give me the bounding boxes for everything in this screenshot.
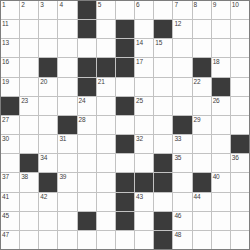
cell-black: [78, 20, 96, 38]
cell-white[interactable]: 44: [193, 193, 211, 211]
cell-white[interactable]: 17: [135, 58, 153, 76]
cell-white[interactable]: [78, 154, 96, 172]
cell-white[interactable]: 18: [212, 58, 230, 76]
cell-black: [154, 173, 172, 191]
cell-white[interactable]: 47: [1, 231, 19, 249]
cell-white[interactable]: [58, 58, 76, 76]
cell-white[interactable]: [97, 97, 115, 115]
cell-black: [154, 212, 172, 230]
cell-white[interactable]: [231, 97, 249, 115]
cell-white[interactable]: 13: [1, 39, 19, 57]
cell-white[interactable]: 1: [1, 1, 19, 19]
cell-white[interactable]: 12: [173, 20, 191, 38]
cell-white[interactable]: 45: [1, 212, 19, 230]
clue-number: 40: [213, 173, 220, 180]
cell-white[interactable]: 20: [39, 78, 57, 96]
clue-number: 44: [194, 193, 201, 200]
cell-white[interactable]: 22: [193, 78, 211, 96]
cell-white[interactable]: [154, 135, 172, 153]
cell-white[interactable]: [116, 1, 134, 19]
cell-black: [78, 58, 96, 76]
cell-white[interactable]: [58, 97, 76, 115]
cell-black: [39, 173, 57, 191]
cell-white[interactable]: [20, 135, 38, 153]
cell-black: [58, 116, 76, 134]
cell-black: [212, 78, 230, 96]
cell-black: [116, 58, 134, 76]
clue-number: 16: [2, 58, 9, 65]
cell-black: [231, 135, 249, 153]
cell-black: [116, 193, 134, 211]
clue-number: 1: [2, 1, 5, 8]
cell-white[interactable]: 26: [212, 97, 230, 115]
cell-black: [20, 154, 38, 172]
cell-white[interactable]: 14: [135, 39, 153, 57]
cell-white[interactable]: 38: [20, 173, 38, 191]
cell-white[interactable]: [231, 116, 249, 134]
cell-white[interactable]: [39, 116, 57, 134]
crossword-grid: 1234567891011121314151617181920212223242…: [0, 0, 250, 250]
cell-white[interactable]: [58, 78, 76, 96]
clue-number: 3: [40, 1, 43, 8]
clue-number: 41: [2, 193, 9, 200]
cell-white[interactable]: [58, 154, 76, 172]
clue-number: 4: [59, 1, 62, 8]
cell-white[interactable]: [20, 20, 38, 38]
clue-number: 39: [59, 173, 66, 180]
cell-white[interactable]: [97, 173, 115, 191]
clue-number: 10: [232, 1, 239, 8]
cell-white[interactable]: 36: [231, 154, 249, 172]
cell-white[interactable]: [231, 231, 249, 249]
clue-number: 43: [136, 193, 143, 200]
cell-white[interactable]: [20, 78, 38, 96]
cell-white[interactable]: 16: [1, 58, 19, 76]
cell-white[interactable]: [97, 154, 115, 172]
cell-white[interactable]: [212, 39, 230, 57]
clue-number: 20: [40, 78, 47, 85]
cell-black: [154, 20, 172, 38]
clue-number: 46: [174, 212, 181, 219]
clue-number: 26: [213, 97, 220, 104]
cell-white[interactable]: 10: [231, 1, 249, 19]
clue-number: 19: [2, 78, 9, 85]
cell-white[interactable]: [97, 231, 115, 249]
cell-white[interactable]: 6: [135, 1, 153, 19]
cell-white[interactable]: [97, 135, 115, 153]
clue-number: 38: [21, 173, 28, 180]
cell-white[interactable]: [193, 135, 211, 153]
cell-white[interactable]: 19: [1, 78, 19, 96]
cell-white[interactable]: 25: [135, 97, 153, 115]
cell-white[interactable]: [58, 39, 76, 57]
cell-white[interactable]: [20, 58, 38, 76]
clue-number: 2: [21, 1, 24, 8]
cell-white[interactable]: 48: [173, 231, 191, 249]
cell-white[interactable]: [39, 39, 57, 57]
cell-white[interactable]: [212, 193, 230, 211]
cell-white[interactable]: 8: [193, 1, 211, 19]
cell-white[interactable]: [135, 78, 153, 96]
cell-white[interactable]: [58, 212, 76, 230]
clue-number: 48: [174, 231, 181, 238]
cell-white[interactable]: 31: [58, 135, 76, 153]
cell-white[interactable]: [193, 231, 211, 249]
clue-number: 30: [2, 135, 9, 142]
cell-white[interactable]: [193, 20, 211, 38]
cell-white[interactable]: [58, 231, 76, 249]
clue-number: 45: [2, 212, 9, 219]
cell-white[interactable]: [78, 135, 96, 153]
cell-white[interactable]: [212, 231, 230, 249]
cell-white[interactable]: [78, 39, 96, 57]
cell-black: [154, 231, 172, 249]
cell-white[interactable]: 15: [154, 39, 172, 57]
cell-white[interactable]: [231, 20, 249, 38]
cell-white[interactable]: 32: [135, 135, 153, 153]
cell-white[interactable]: [212, 116, 230, 134]
cell-white[interactable]: 28: [78, 116, 96, 134]
cell-white[interactable]: 30: [1, 135, 19, 153]
cell-black: [116, 97, 134, 115]
cell-white[interactable]: 2: [20, 1, 38, 19]
clue-number: 31: [59, 135, 66, 142]
cell-white[interactable]: [116, 116, 134, 134]
clue-number: 28: [79, 116, 86, 123]
cell-white[interactable]: [39, 20, 57, 38]
clue-number: 9: [213, 1, 216, 8]
cell-black: [154, 154, 172, 172]
clue-number: 29: [194, 116, 201, 123]
cell-white[interactable]: [154, 193, 172, 211]
cell-white[interactable]: [39, 231, 57, 249]
cell-white[interactable]: [173, 39, 191, 57]
cell-white[interactable]: 35: [173, 154, 191, 172]
cell-white[interactable]: [231, 58, 249, 76]
clue-number: 23: [21, 97, 28, 104]
clue-number: 18: [213, 58, 220, 65]
cell-white[interactable]: [154, 97, 172, 115]
cell-white[interactable]: [173, 78, 191, 96]
cell-white[interactable]: [97, 20, 115, 38]
cell-white[interactable]: 39: [58, 173, 76, 191]
clue-number: 21: [98, 78, 105, 85]
cell-white[interactable]: [193, 212, 211, 230]
cell-white[interactable]: [97, 212, 115, 230]
cell-white[interactable]: [135, 154, 153, 172]
cell-black: [116, 20, 134, 38]
cell-white[interactable]: [231, 78, 249, 96]
cell-black: [193, 58, 211, 76]
cell-white[interactable]: 46: [173, 212, 191, 230]
clue-number: 11: [2, 20, 8, 27]
cell-white[interactable]: [135, 231, 153, 249]
clue-number: 32: [136, 135, 143, 142]
cell-white[interactable]: [212, 154, 230, 172]
cell-white[interactable]: 5: [97, 1, 115, 19]
clue-number: 37: [2, 173, 9, 180]
cell-white[interactable]: 43: [135, 193, 153, 211]
cell-white[interactable]: 7: [173, 1, 191, 19]
cell-black: [39, 58, 57, 76]
cell-black: [78, 212, 96, 230]
cell-black: [78, 78, 96, 96]
cell-black: [135, 173, 153, 191]
cell-white[interactable]: [212, 212, 230, 230]
clue-number: 15: [155, 39, 162, 46]
cell-black: [116, 212, 134, 230]
cell-white[interactable]: [97, 39, 115, 57]
cell-white[interactable]: 29: [193, 116, 211, 134]
cell-black: [116, 135, 134, 153]
cell-white[interactable]: 40: [212, 173, 230, 191]
cell-white[interactable]: [78, 193, 96, 211]
cell-white[interactable]: [116, 154, 134, 172]
cell-white[interactable]: 11: [1, 20, 19, 38]
cell-white[interactable]: 27: [1, 116, 19, 134]
cell-white[interactable]: 41: [1, 193, 19, 211]
cell-white[interactable]: [97, 116, 115, 134]
clue-number: 47: [2, 231, 9, 238]
cell-black: [193, 173, 211, 191]
cell-white[interactable]: [231, 212, 249, 230]
clue-number: 5: [98, 1, 101, 8]
cell-black: [97, 58, 115, 76]
cell-white[interactable]: [135, 212, 153, 230]
clue-number: 34: [40, 154, 47, 161]
clue-number: 27: [2, 116, 9, 123]
cell-white[interactable]: [20, 193, 38, 211]
cell-white[interactable]: [173, 173, 191, 191]
cell-white[interactable]: [58, 193, 76, 211]
cell-white[interactable]: 42: [39, 193, 57, 211]
clue-number: 25: [136, 97, 143, 104]
clue-number: 35: [174, 154, 181, 161]
clue-number: 8: [194, 1, 197, 8]
cell-white[interactable]: 9: [212, 1, 230, 19]
cell-white[interactable]: [20, 39, 38, 57]
cell-white[interactable]: [39, 212, 57, 230]
clue-number: 36: [232, 154, 239, 161]
clue-number: 7: [174, 1, 177, 8]
cell-white[interactable]: [212, 20, 230, 38]
cell-black: [1, 97, 19, 115]
cell-white[interactable]: [78, 173, 96, 191]
cell-white[interactable]: 24: [78, 97, 96, 115]
cell-white[interactable]: [212, 135, 230, 153]
cell-white[interactable]: [154, 78, 172, 96]
cell-white[interactable]: 34: [39, 154, 57, 172]
cell-white[interactable]: [39, 135, 57, 153]
clue-number: 17: [136, 58, 143, 65]
cell-white[interactable]: [1, 154, 19, 172]
cell-black: [78, 1, 96, 19]
clue-number: 22: [194, 78, 201, 85]
cell-white[interactable]: [154, 1, 172, 19]
cell-white[interactable]: [20, 231, 38, 249]
clue-number: 6: [136, 1, 139, 8]
cell-white[interactable]: 4: [58, 1, 76, 19]
cell-white[interactable]: [231, 193, 249, 211]
clue-number: 13: [2, 39, 9, 46]
cell-white[interactable]: [173, 58, 191, 76]
cell-white[interactable]: [193, 39, 211, 57]
cell-white[interactable]: [135, 116, 153, 134]
cell-white[interactable]: [193, 97, 211, 115]
cell-white[interactable]: [20, 116, 38, 134]
clue-number: 12: [174, 20, 181, 27]
cell-white[interactable]: [20, 212, 38, 230]
cell-black: [116, 173, 134, 191]
cell-white[interactable]: 33: [173, 135, 191, 153]
clue-number: 24: [79, 97, 86, 104]
cell-white[interactable]: 21: [97, 78, 115, 96]
cell-white[interactable]: [231, 173, 249, 191]
clue-number: 14: [136, 39, 143, 46]
cell-white[interactable]: [173, 193, 191, 211]
cell-white[interactable]: [193, 154, 211, 172]
cell-white[interactable]: 3: [39, 1, 57, 19]
cell-white[interactable]: [231, 39, 249, 57]
cell-white[interactable]: [154, 58, 172, 76]
cell-white[interactable]: 37: [1, 173, 19, 191]
cell-white[interactable]: [154, 116, 172, 134]
cell-white[interactable]: [78, 231, 96, 249]
cell-white[interactable]: [116, 78, 134, 96]
cell-black: [173, 116, 191, 134]
cell-white[interactable]: [135, 20, 153, 38]
cell-white[interactable]: [39, 97, 57, 115]
clue-number: 42: [40, 193, 47, 200]
cell-black: [116, 39, 134, 57]
cell-white[interactable]: 23: [20, 97, 38, 115]
cell-white[interactable]: [173, 97, 191, 115]
clue-number: 33: [174, 135, 181, 142]
cell-white[interactable]: [58, 20, 76, 38]
cell-white[interactable]: [97, 193, 115, 211]
cell-white[interactable]: [116, 231, 134, 249]
